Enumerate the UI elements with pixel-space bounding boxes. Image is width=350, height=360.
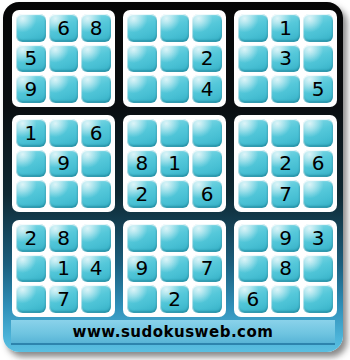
cell-r5c1[interactable] xyxy=(16,150,46,178)
cell-r7c7[interactable] xyxy=(238,224,268,252)
cell-r6c5[interactable] xyxy=(160,180,190,208)
sudoku-frame: 6859241351698126267281479729386 www.sudo… xyxy=(3,2,343,352)
cell-r1c2[interactable]: 6 xyxy=(49,14,79,42)
cell-r5c4[interactable]: 8 xyxy=(127,150,157,178)
cell-r3c8[interactable] xyxy=(271,75,301,103)
cell-r3c1[interactable]: 9 xyxy=(16,75,46,103)
cell-r7c4[interactable] xyxy=(127,224,157,252)
box-r2c2: 8126 xyxy=(123,115,226,212)
cell-r9c6[interactable] xyxy=(192,285,222,313)
cell-r3c5[interactable] xyxy=(160,75,190,103)
cell-r3c6[interactable]: 4 xyxy=(192,75,222,103)
cell-r6c3[interactable] xyxy=(81,180,111,208)
cell-r4c3[interactable]: 6 xyxy=(81,119,111,147)
cell-r1c5[interactable] xyxy=(160,14,190,42)
cell-r6c2[interactable] xyxy=(49,180,79,208)
cell-r3c9[interactable]: 5 xyxy=(303,75,333,103)
sudokusweb-link[interactable]: www.sudokusweb.com xyxy=(73,323,274,341)
cell-r5c2[interactable]: 9 xyxy=(49,150,79,178)
box-r3c2: 972 xyxy=(123,220,226,317)
cell-r1c8[interactable]: 1 xyxy=(271,14,301,42)
cell-r2c1[interactable]: 5 xyxy=(16,45,46,73)
cell-r4c9[interactable] xyxy=(303,119,333,147)
cell-r8c2[interactable]: 1 xyxy=(49,255,79,283)
cell-r4c2[interactable] xyxy=(49,119,79,147)
cell-r8c1[interactable] xyxy=(16,255,46,283)
box-r2c3: 267 xyxy=(234,115,337,212)
cell-r9c5[interactable]: 2 xyxy=(160,285,190,313)
sudoku-board: 6859241351698126267281479729386 xyxy=(3,2,343,317)
box-r3c3: 9386 xyxy=(234,220,337,317)
cell-r1c1[interactable] xyxy=(16,14,46,42)
cell-r2c9[interactable] xyxy=(303,45,333,73)
cell-r5c8[interactable]: 2 xyxy=(271,150,301,178)
cell-r6c7[interactable] xyxy=(238,180,268,208)
cell-r7c8[interactable]: 9 xyxy=(271,224,301,252)
cell-r2c5[interactable] xyxy=(160,45,190,73)
box-r1c1: 6859 xyxy=(12,10,115,107)
cell-r1c3[interactable]: 8 xyxy=(81,14,111,42)
box-r1c2: 24 xyxy=(123,10,226,107)
cell-r9c8[interactable] xyxy=(271,285,301,313)
cell-r1c9[interactable] xyxy=(303,14,333,42)
cell-r3c2[interactable] xyxy=(49,75,79,103)
cell-r4c4[interactable] xyxy=(127,119,157,147)
cell-r4c7[interactable] xyxy=(238,119,268,147)
cell-r6c1[interactable] xyxy=(16,180,46,208)
box-r1c3: 135 xyxy=(234,10,337,107)
cell-r2c2[interactable] xyxy=(49,45,79,73)
cell-r9c1[interactable] xyxy=(16,285,46,313)
cell-r8c3[interactable]: 4 xyxy=(81,255,111,283)
cell-r7c6[interactable] xyxy=(192,224,222,252)
cell-r4c8[interactable] xyxy=(271,119,301,147)
cell-r5c3[interactable] xyxy=(81,150,111,178)
cell-r3c3[interactable] xyxy=(81,75,111,103)
cell-r5c6[interactable] xyxy=(192,150,222,178)
cell-r2c6[interactable]: 2 xyxy=(192,45,222,73)
cell-r3c7[interactable] xyxy=(238,75,268,103)
cell-r9c4[interactable] xyxy=(127,285,157,313)
box-r2c1: 169 xyxy=(12,115,115,212)
cell-r6c9[interactable] xyxy=(303,180,333,208)
cell-r2c4[interactable] xyxy=(127,45,157,73)
cell-r8c9[interactable] xyxy=(303,255,333,283)
cell-r7c3[interactable] xyxy=(81,224,111,252)
cell-r7c5[interactable] xyxy=(160,224,190,252)
cell-r8c7[interactable] xyxy=(238,255,268,283)
cell-r4c5[interactable] xyxy=(160,119,190,147)
cell-r5c9[interactable]: 6 xyxy=(303,150,333,178)
cell-r8c6[interactable]: 7 xyxy=(192,255,222,283)
cell-r5c5[interactable]: 1 xyxy=(160,150,190,178)
cell-r6c6[interactable]: 6 xyxy=(192,180,222,208)
cell-r8c4[interactable]: 9 xyxy=(127,255,157,283)
cell-r5c7[interactable] xyxy=(238,150,268,178)
cell-r7c2[interactable]: 8 xyxy=(49,224,79,252)
footer-band: www.sudokusweb.com xyxy=(11,320,335,345)
cell-r6c4[interactable]: 2 xyxy=(127,180,157,208)
cell-r3c4[interactable] xyxy=(127,75,157,103)
cell-r4c1[interactable]: 1 xyxy=(16,119,46,147)
cell-r2c8[interactable]: 3 xyxy=(271,45,301,73)
cell-r2c7[interactable] xyxy=(238,45,268,73)
cell-r9c7[interactable]: 6 xyxy=(238,285,268,313)
cell-r9c9[interactable] xyxy=(303,285,333,313)
cell-r1c7[interactable] xyxy=(238,14,268,42)
cell-r9c3[interactable] xyxy=(81,285,111,313)
cell-r7c9[interactable]: 3 xyxy=(303,224,333,252)
cell-r1c6[interactable] xyxy=(192,14,222,42)
cell-r7c1[interactable]: 2 xyxy=(16,224,46,252)
cell-r8c5[interactable] xyxy=(160,255,190,283)
cell-r8c8[interactable]: 8 xyxy=(271,255,301,283)
cell-r2c3[interactable] xyxy=(81,45,111,73)
cell-r6c8[interactable]: 7 xyxy=(271,180,301,208)
cell-r4c6[interactable] xyxy=(192,119,222,147)
cell-r1c4[interactable] xyxy=(127,14,157,42)
cell-r9c2[interactable]: 7 xyxy=(49,285,79,313)
box-r3c1: 28147 xyxy=(12,220,115,317)
